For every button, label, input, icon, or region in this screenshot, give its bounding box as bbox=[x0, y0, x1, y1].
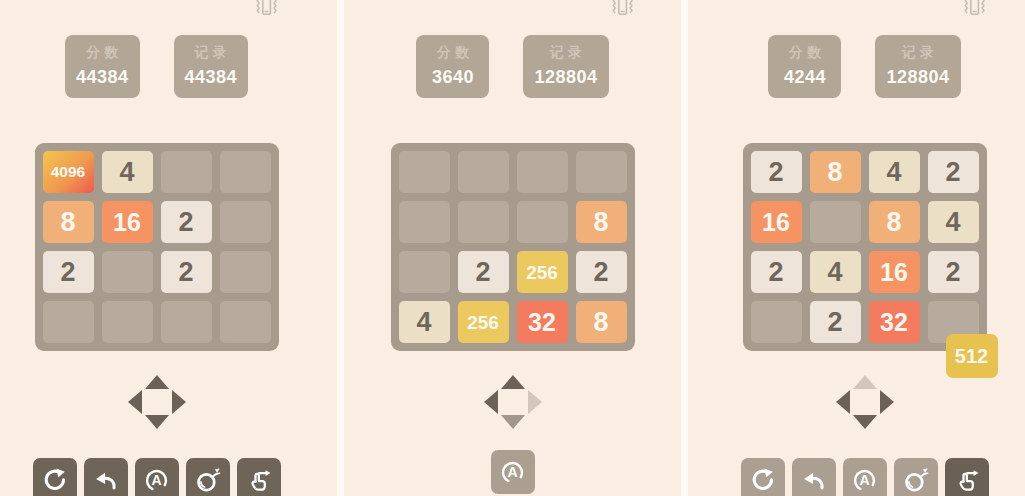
record-value: 128804 bbox=[886, 67, 949, 88]
tile-8: 8 bbox=[43, 201, 94, 243]
dpad-up-arrow[interactable] bbox=[145, 375, 169, 389]
vibration-icon[interactable] bbox=[608, 0, 637, 22]
tile-8: 8 bbox=[810, 151, 861, 193]
dpad-left-arrow[interactable] bbox=[128, 390, 142, 414]
auto-play-button[interactable]: A bbox=[491, 450, 535, 494]
dpad bbox=[484, 375, 542, 429]
record-box: 记录 128804 bbox=[523, 35, 608, 98]
toolbar: A bbox=[344, 450, 681, 494]
svg-text:A: A bbox=[507, 464, 517, 480]
board-grid: 40964816222 bbox=[35, 143, 279, 351]
svg-text:A: A bbox=[151, 472, 161, 488]
dpad bbox=[128, 375, 186, 429]
dpad-right-arrow[interactable] bbox=[172, 390, 186, 414]
empty-cell bbox=[43, 301, 94, 343]
empty-cell bbox=[220, 201, 271, 243]
dpad bbox=[836, 375, 894, 429]
record-value: 128804 bbox=[534, 67, 597, 88]
empty-cell bbox=[161, 301, 212, 343]
empty-cell bbox=[458, 151, 509, 193]
empty-cell bbox=[399, 201, 450, 243]
restart-button[interactable] bbox=[33, 458, 77, 496]
tile-256: 256 bbox=[517, 251, 568, 293]
record-label: 记录 bbox=[890, 44, 949, 62]
score-value: 3640 bbox=[427, 67, 478, 88]
tile-2: 2 bbox=[576, 251, 627, 293]
tile-4: 4 bbox=[102, 151, 153, 193]
record-value: 44384 bbox=[185, 67, 238, 88]
tile-4: 4 bbox=[869, 151, 920, 193]
score-value: 4244 bbox=[779, 67, 830, 88]
game-panel-2: 分数 3640 记录 128804 8225624256328 A bbox=[344, 0, 681, 496]
empty-cell bbox=[517, 201, 568, 243]
empty-cell bbox=[458, 201, 509, 243]
score-row: 分数 3640 记录 128804 bbox=[344, 35, 681, 98]
game-panel-3: 分数 4244 记录 128804 2842168424162232512 A bbox=[688, 0, 1025, 496]
undo-icon bbox=[800, 467, 827, 494]
empty-cell bbox=[220, 251, 271, 293]
empty-cell bbox=[102, 301, 153, 343]
dpad-right-arrow[interactable] bbox=[880, 390, 894, 414]
score-box: 分数 44384 bbox=[65, 35, 140, 98]
dpad-up-arrow[interactable] bbox=[501, 375, 525, 389]
tile-8: 8 bbox=[576, 301, 627, 343]
vibration-icon[interactable] bbox=[960, 0, 989, 22]
toolbar: A bbox=[696, 458, 1025, 496]
bomb-icon bbox=[194, 467, 221, 494]
score-label: 分数 bbox=[80, 44, 129, 62]
bomb-icon bbox=[902, 467, 929, 494]
tile-2: 2 bbox=[751, 251, 802, 293]
empty-cell bbox=[102, 251, 153, 293]
tile-8: 8 bbox=[576, 201, 627, 243]
score-label: 分数 bbox=[783, 44, 830, 62]
score-box: 分数 3640 bbox=[416, 35, 489, 98]
dpad-left-arrow[interactable] bbox=[484, 390, 498, 414]
hand-move-button[interactable] bbox=[237, 458, 281, 496]
tile-2: 2 bbox=[928, 251, 979, 293]
tile-2: 2 bbox=[458, 251, 509, 293]
tile-256: 256 bbox=[458, 301, 509, 343]
bomb-button[interactable] bbox=[186, 458, 230, 496]
tile-4: 4 bbox=[928, 201, 979, 243]
dpad-down-arrow[interactable] bbox=[145, 415, 169, 429]
restart-icon bbox=[41, 467, 68, 494]
empty-cell bbox=[399, 251, 450, 293]
auto-icon: A bbox=[499, 459, 526, 486]
tile-2: 2 bbox=[810, 301, 861, 343]
auto-play-button[interactable]: A bbox=[843, 458, 887, 496]
undo-icon bbox=[92, 467, 119, 494]
auto-icon: A bbox=[851, 467, 878, 494]
dpad-down-arrow[interactable] bbox=[853, 415, 877, 429]
empty-cell bbox=[576, 151, 627, 193]
tile-4096: 4096 bbox=[43, 151, 94, 193]
score-row: 分数 44384 记录 44384 bbox=[0, 35, 325, 98]
tile-2: 2 bbox=[161, 251, 212, 293]
record-label: 记录 bbox=[538, 44, 597, 62]
tile-2: 2 bbox=[161, 201, 212, 243]
dpad-right-arrow[interactable] bbox=[528, 390, 542, 414]
empty-cell bbox=[399, 151, 450, 193]
undo-button[interactable] bbox=[84, 458, 128, 496]
toolbar: A bbox=[0, 458, 325, 496]
empty-cell bbox=[220, 301, 271, 343]
tile-16: 16 bbox=[102, 201, 153, 243]
record-box: 记录 44384 bbox=[174, 35, 249, 98]
hand-swipe-icon bbox=[245, 467, 272, 494]
record-box: 记录 128804 bbox=[875, 35, 960, 98]
tile-4: 4 bbox=[810, 251, 861, 293]
empty-cell bbox=[161, 151, 212, 193]
hand-swipe-icon bbox=[953, 467, 980, 494]
restart-icon bbox=[749, 467, 776, 494]
dpad-left-arrow[interactable] bbox=[836, 390, 850, 414]
tile-2: 2 bbox=[751, 151, 802, 193]
tile-4: 4 bbox=[399, 301, 450, 343]
tile-32: 32 bbox=[517, 301, 568, 343]
hand-move-button[interactable] bbox=[945, 458, 989, 496]
empty-cell bbox=[810, 201, 861, 243]
record-label: 记录 bbox=[189, 44, 238, 62]
floating-tile-512: 512 bbox=[946, 334, 998, 378]
tile-2: 2 bbox=[928, 151, 979, 193]
score-row: 分数 4244 记录 128804 bbox=[696, 35, 1025, 98]
dpad-up-arrow[interactable] bbox=[853, 375, 877, 389]
score-label: 分数 bbox=[431, 44, 478, 62]
game-panel-1: 分数 44384 记录 44384 40964816222 A bbox=[0, 0, 337, 496]
empty-cell bbox=[517, 151, 568, 193]
tile-2: 2 bbox=[43, 251, 94, 293]
tile-32: 32 bbox=[869, 301, 920, 343]
tile-16: 16 bbox=[869, 251, 920, 293]
board-grid: 8225624256328 bbox=[391, 143, 635, 351]
auto-icon: A bbox=[143, 467, 170, 494]
tile-8: 8 bbox=[869, 201, 920, 243]
dpad-down-arrow[interactable] bbox=[501, 415, 525, 429]
board-grid: 2842168424162232512 bbox=[743, 143, 987, 351]
auto-play-button[interactable]: A bbox=[135, 458, 179, 496]
empty-cell bbox=[751, 301, 802, 343]
tile-16: 16 bbox=[751, 201, 802, 243]
score-value: 44384 bbox=[76, 67, 129, 88]
restart-button[interactable] bbox=[741, 458, 785, 496]
empty-cell bbox=[220, 151, 271, 193]
score-box: 分数 4244 bbox=[768, 35, 841, 98]
bomb-button[interactable] bbox=[894, 458, 938, 496]
undo-button[interactable] bbox=[792, 458, 836, 496]
svg-text:A: A bbox=[859, 472, 869, 488]
vibration-icon[interactable] bbox=[252, 0, 281, 22]
